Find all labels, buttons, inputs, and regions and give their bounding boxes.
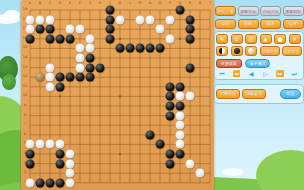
black-stone [156,44,165,53]
last-move-button[interactable]: ⏭ [292,71,297,77]
black-stone [166,92,175,101]
letter-tool[interactable]: Ⓐ [245,34,257,44]
coord-letter: H [99,2,102,6]
black-stone [86,54,95,63]
square-tool[interactable]: ■ [274,34,286,44]
coord-letter: S [199,2,201,6]
white-stone [46,63,55,72]
white-stone [66,169,75,178]
black-stone [186,34,195,43]
white-stone [186,159,195,168]
coord-letter: O [159,2,162,6]
black-stone [186,15,195,24]
white-stone [136,15,145,24]
fast-back-button[interactable]: ⏪ [233,71,241,77]
tree [2,74,16,90]
white-stone [66,150,75,159]
quick-button-0[interactable]: 提问 [215,19,236,29]
next-move-button[interactable]: ▷ [263,71,268,77]
coord-number: 14 [23,56,27,60]
black-stone [56,73,65,82]
play-mode-pill[interactable]: 落子模式 [245,59,270,68]
white-stone [76,44,85,53]
submit-pill[interactable]: 提交 [280,89,301,99]
black-stone-mode[interactable] [231,46,243,56]
coord-number: 13 [23,66,27,70]
black-stone [46,25,55,34]
coord-number: 6 [24,133,26,137]
alternate-stone-mode-icon [219,48,225,54]
black-stone [86,73,95,82]
black-stone [36,178,45,187]
white-stone [176,92,185,101]
coord-letter: C [49,2,51,6]
white-stone [76,54,85,63]
quick-button-3[interactable]: 设置 [283,19,304,29]
white-stone [76,63,85,72]
coord-letter: A [29,2,31,6]
letter-tool-icon: Ⓐ [249,36,254,42]
pen-tool[interactable]: ✎ [216,34,228,44]
stone-action-button-0[interactable]: 切换提交 [260,46,280,56]
white-stone [26,15,35,24]
homework-button-1[interactable]: 随堂测试 [242,89,266,99]
black-stone [126,44,135,53]
coord-letter: R [189,2,191,6]
white-stone [66,25,75,34]
black-stone [56,34,65,43]
white-stone [26,140,35,149]
white-stone [36,15,45,24]
black-stone [66,34,75,43]
coord-number: 8 [24,114,26,118]
white-stone [156,25,165,34]
coord-number: 7 [24,123,26,127]
black-stone [106,34,115,43]
coord-letter: P [169,2,171,6]
coord-letter: M [138,2,141,6]
white-stone [176,121,185,130]
black-stone [166,102,175,111]
marked-brown-stone [36,73,45,82]
black-stone [56,159,65,168]
white-stone [46,82,55,91]
triangle-tool[interactable]: ▲ [260,34,272,44]
lesson-button-3[interactable]: 课堂回放 [283,6,304,16]
number-tool[interactable]: ① [231,34,243,44]
black-stone [76,73,85,82]
coord-letter: E [69,2,71,6]
white-stone [166,34,175,43]
coord-letter: K [119,2,121,6]
go-board[interactable]: ABCDEFGHJKLMNOPQRST191817161514131211109… [21,0,214,190]
white-stone [46,15,55,24]
fast-forward-button[interactable]: ⏩ [276,71,284,77]
prev-move-button[interactable]: ◀ [249,71,254,77]
coord-letter: G [89,2,92,6]
quick-button-1[interactable]: 答题 [238,19,259,29]
black-stone [56,178,65,187]
homework-button-0[interactable]: 布置作业 [216,89,240,99]
white-stone [116,15,125,24]
quick-button-2[interactable]: 棋谱 [260,19,281,29]
white-stone [166,15,175,24]
control-panel: 开始上课课堂演示自动演示课堂回放 提问答题棋谱设置 ✎①Ⓐ▲■✕ 切换提交清空提… [214,0,304,190]
black-stone [46,34,55,43]
coord-letter: N [149,2,152,6]
white-stone [176,130,185,139]
black-stone [156,140,165,149]
black-stone [106,6,115,15]
black-stone [56,82,65,91]
black-stone [146,44,155,53]
coord-number: 19 [23,8,27,12]
black-stone [176,102,185,111]
black-stone [176,82,185,91]
coord-number: 11 [23,85,27,89]
coord-number: 12 [23,75,27,79]
white-stone [46,140,55,149]
black-stone [36,25,45,34]
coord-letter: F [79,2,81,6]
coord-number: 9 [24,104,26,108]
black-stone [106,25,115,34]
white-stone-mode-icon [248,48,254,54]
black-stone [166,82,175,91]
white-stone [196,169,205,178]
coord-number: 2 [24,171,26,175]
pen-tool-icon: ✎ [220,36,224,42]
white-stone [186,92,195,101]
white-stone [86,34,95,43]
square-tool-icon: ■ [278,36,283,42]
black-stone [176,150,185,159]
go-teaching-app: { "game": "go", "board_size": 19, "posit… [0,0,304,190]
black-stone [46,178,55,187]
black-stone [166,159,175,168]
reset-board-button[interactable]: 还原棋盘 [216,59,242,68]
white-stone [176,140,185,149]
black-stone [86,63,95,72]
lesson-button-1[interactable]: 课堂演示 [238,6,259,16]
white-stone [176,111,185,120]
erase-tool[interactable]: ✕ [289,34,301,44]
lesson-button-2[interactable]: 自动演示 [260,6,281,16]
white-stone-mode[interactable] [245,46,257,56]
coord-number: 10 [23,95,27,99]
coord-letter: B [39,2,41,6]
black-stone [26,34,35,43]
number-tool-icon: ① [234,36,238,42]
black-stone [186,25,195,34]
lesson-button-0[interactable]: 开始上课 [215,6,236,16]
black-stone [176,6,185,15]
white-stone [46,73,55,82]
coord-letter: T [209,2,211,6]
white-stone [56,140,65,149]
white-stone [26,178,35,187]
black-stone [116,44,125,53]
black-stone [26,150,35,159]
white-stone [76,25,85,34]
black-stone [66,73,75,82]
black-stone [166,150,175,159]
black-stone [136,44,145,53]
black-stone [166,111,175,120]
white-stone [36,140,45,149]
black-stone [186,63,195,72]
white-stone [86,44,95,53]
alternate-stone-mode[interactable] [216,46,228,56]
white-stone [146,15,155,24]
first-move-button[interactable]: ⏮ [219,71,224,77]
black-stone [146,130,155,139]
erase-tool-icon: ✕ [292,36,296,42]
coord-number: 15 [23,47,27,51]
cloud [4,10,20,19]
black-stone [56,150,65,159]
black-stone [26,159,35,168]
triangle-tool-icon: ▲ [264,36,268,42]
black-stone-mode-icon [234,48,240,54]
white-stone [66,159,75,168]
coord-letter: D [59,2,62,6]
black-stone [96,63,105,72]
coord-letter: L [129,2,131,6]
white-stone [26,25,35,34]
stone-action-button-1[interactable]: 清空提交 [282,46,302,56]
black-stone [106,15,115,24]
white-stone [66,178,75,187]
